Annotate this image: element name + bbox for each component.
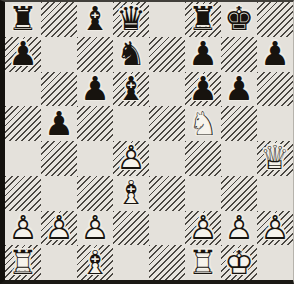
square-d1 [113, 245, 149, 280]
square-b4 [41, 141, 77, 176]
black-king-icon: ♚♚ [221, 2, 257, 37]
square-h3 [257, 176, 293, 211]
white-pawn-icon: ♟♙ [5, 211, 41, 246]
square-f6: ♟♟ [185, 72, 221, 107]
square-a2: ♟♙ [5, 211, 41, 246]
black-rook-icon: ♜♜ [5, 2, 41, 37]
square-f3 [185, 176, 221, 211]
square-e8 [149, 2, 185, 37]
square-f7: ♟♟ [185, 37, 221, 72]
black-pawn-icon: ♟♟ [257, 37, 293, 72]
square-c5 [77, 106, 113, 141]
white-rook-icon: ♜♖ [5, 245, 41, 280]
square-c7 [77, 37, 113, 72]
black-pawn-icon: ♟♟ [185, 72, 221, 107]
square-b3 [41, 176, 77, 211]
square-g2: ♟♙ [221, 211, 257, 246]
square-c6: ♟♟ [77, 72, 113, 107]
square-c4 [77, 141, 113, 176]
square-f2: ♟♙ [185, 211, 221, 246]
square-b5: ♟♟ [41, 106, 77, 141]
square-b1 [41, 245, 77, 280]
square-e3 [149, 176, 185, 211]
black-bishop-icon: ♝♝ [113, 72, 149, 107]
white-bishop-icon: ♝♗ [77, 245, 113, 280]
black-pawn-icon: ♟♟ [185, 37, 221, 72]
white-rook-icon: ♜♖ [185, 245, 221, 280]
square-g4 [221, 141, 257, 176]
square-g8: ♚♚ [221, 2, 257, 37]
square-d6: ♝♝ [113, 72, 149, 107]
square-d4: ♟♙ [113, 141, 149, 176]
black-pawn-icon: ♟♟ [221, 72, 257, 107]
square-a8: ♜♜ [5, 2, 41, 37]
square-b2: ♟♙ [41, 211, 77, 246]
square-a4 [5, 141, 41, 176]
square-h6 [257, 72, 293, 107]
square-e7 [149, 37, 185, 72]
square-h5 [257, 106, 293, 141]
white-king-icon: ♚♔ [221, 245, 257, 280]
square-f8: ♜♜ [185, 2, 221, 37]
square-d5 [113, 106, 149, 141]
square-d2 [113, 211, 149, 246]
square-e4 [149, 141, 185, 176]
square-c3 [77, 176, 113, 211]
white-pawn-icon: ♟♙ [113, 141, 149, 176]
square-g7 [221, 37, 257, 72]
square-h7: ♟♟ [257, 37, 293, 72]
square-e2 [149, 211, 185, 246]
black-pawn-icon: ♟♟ [5, 37, 41, 72]
square-g1: ♚♔ [221, 245, 257, 280]
square-g6: ♟♟ [221, 72, 257, 107]
square-a3 [5, 176, 41, 211]
white-queen-icon: ♛♕ [257, 141, 293, 176]
square-e5 [149, 106, 185, 141]
white-pawn-icon: ♟♙ [77, 211, 113, 246]
square-e6 [149, 72, 185, 107]
square-g3 [221, 176, 257, 211]
black-pawn-icon: ♟♟ [77, 72, 113, 107]
square-b6 [41, 72, 77, 107]
square-d8: ♛♛ [113, 2, 149, 37]
white-knight-icon: ♞♘ [185, 106, 221, 141]
white-pawn-icon: ♟♙ [257, 211, 293, 246]
black-queen-icon: ♛♛ [113, 2, 149, 37]
square-b7 [41, 37, 77, 72]
black-knight-icon: ♞♞ [113, 37, 149, 72]
square-c2: ♟♙ [77, 211, 113, 246]
square-b8 [41, 2, 77, 37]
white-pawn-icon: ♟♙ [41, 211, 77, 246]
white-pawn-icon: ♟♙ [185, 211, 221, 246]
square-c8: ♝♝ [77, 2, 113, 37]
square-d3: ♝♗ [113, 176, 149, 211]
square-g5 [221, 106, 257, 141]
white-bishop-icon: ♝♗ [113, 176, 149, 211]
square-h4: ♛♕ [257, 141, 293, 176]
square-c1: ♝♗ [77, 245, 113, 280]
chess-board: ♜♜♝♝♛♛♜♜♚♚♟♟♞♞♟♟♟♟♟♟♝♝♟♟♟♟♟♟♞♘♟♙♛♕♝♗♟♙♟♙… [0, 0, 294, 284]
square-h1 [257, 245, 293, 280]
square-a5 [5, 106, 41, 141]
square-f5: ♞♘ [185, 106, 221, 141]
square-h2: ♟♙ [257, 211, 293, 246]
square-f4 [185, 141, 221, 176]
square-a6 [5, 72, 41, 107]
square-a1: ♜♖ [5, 245, 41, 280]
square-d7: ♞♞ [113, 37, 149, 72]
white-pawn-icon: ♟♙ [221, 211, 257, 246]
square-e1 [149, 245, 185, 280]
square-a7: ♟♟ [5, 37, 41, 72]
black-pawn-icon: ♟♟ [41, 106, 77, 141]
black-rook-icon: ♜♜ [185, 2, 221, 37]
square-h8 [257, 2, 293, 37]
black-bishop-icon: ♝♝ [77, 2, 113, 37]
square-f1: ♜♖ [185, 245, 221, 280]
